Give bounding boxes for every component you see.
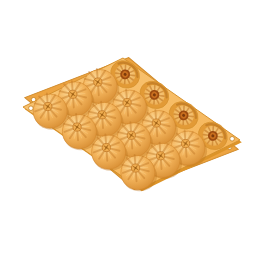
bump-rib	[47, 93, 48, 102]
bump-rib	[185, 130, 186, 139]
bump-rib	[126, 89, 127, 98]
bump-apex-dot	[134, 167, 136, 169]
bump-apex-dot	[159, 155, 161, 157]
bump-apex-dot	[155, 122, 157, 124]
bump-rib	[107, 152, 108, 161]
bump-rib	[48, 111, 49, 120]
bump-rib	[76, 114, 77, 123]
bump-rib	[105, 134, 106, 143]
bump-rib	[102, 119, 103, 128]
bump-rib	[77, 132, 78, 141]
bump-rib	[97, 69, 98, 78]
bump-rib	[132, 140, 133, 149]
bump-rib	[73, 99, 74, 108]
bump-rib	[101, 102, 102, 111]
bump-rib	[98, 87, 99, 96]
bump-rib	[135, 155, 136, 164]
bump-rib	[160, 143, 161, 152]
bump-rib	[136, 173, 137, 182]
bump-apex-dot	[47, 105, 49, 107]
bump-rib	[130, 122, 131, 131]
bump-apex-dot	[97, 81, 99, 83]
bump-rib	[186, 148, 187, 157]
bump-rib	[72, 81, 73, 90]
bump-rib	[127, 107, 128, 116]
bump-apex-dot	[76, 126, 78, 128]
bump-apex-dot	[72, 93, 74, 95]
bump-rib	[161, 160, 162, 169]
bump-apex-dot	[101, 114, 103, 116]
product-photo	[0, 0, 259, 259]
corner-eyelet-hole	[29, 106, 34, 111]
bump-apex-dot	[130, 134, 132, 136]
bump-rib	[157, 128, 158, 137]
bump-apex-dot	[105, 146, 107, 148]
bump-rib	[155, 110, 156, 119]
bump-apex-dot	[126, 101, 128, 103]
mold-scene	[0, 0, 259, 259]
corner-eyelet-hole	[230, 136, 235, 141]
bump-apex-dot	[184, 142, 186, 144]
